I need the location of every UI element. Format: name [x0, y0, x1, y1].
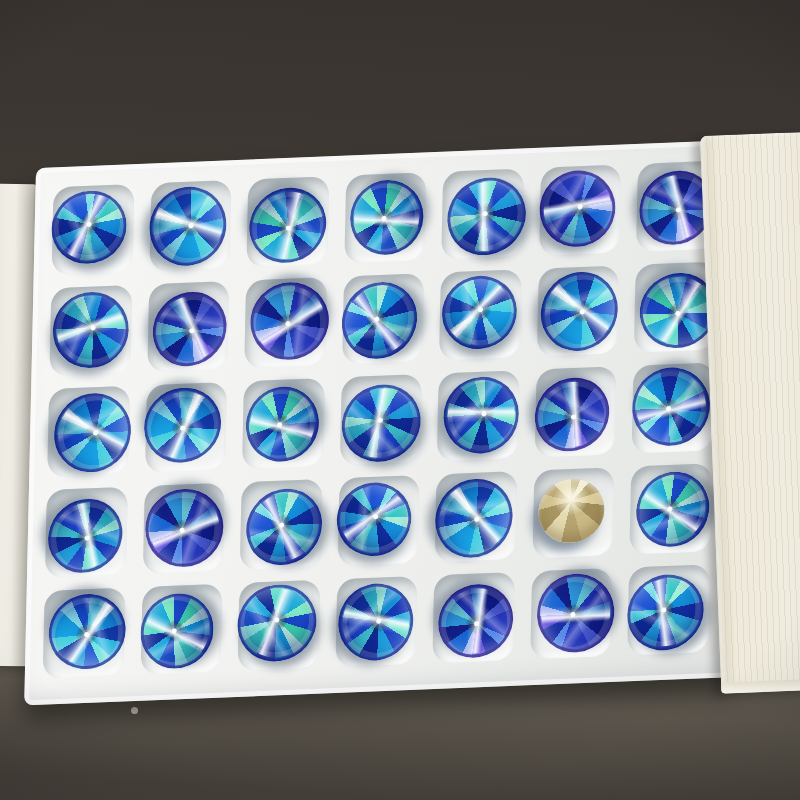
tray-cell [632, 362, 714, 453]
rhinestone-tray [24, 140, 745, 706]
tray-cell [628, 564, 710, 655]
tray-cell [145, 382, 227, 473]
rhinestone-blue [630, 467, 715, 550]
rhinestone-blue [524, 559, 628, 666]
tray-cell [47, 386, 129, 477]
tray-cell [337, 475, 419, 566]
rhinestone-blue [333, 373, 430, 472]
rhinestone-blue [130, 472, 240, 582]
paper-pad-bottom-edge [721, 678, 800, 694]
tray-cell [340, 374, 422, 465]
rhinestone-blue [231, 473, 337, 579]
rhinestone-blue [521, 363, 622, 465]
rhinestone-blue [613, 559, 718, 665]
tray-cell [437, 370, 519, 461]
tray-cell [142, 483, 224, 574]
rhinestone-blue [139, 592, 215, 669]
tray-cell [238, 580, 320, 671]
rhinestone-blue [525, 155, 630, 262]
photo-stage [0, 0, 800, 800]
rhinestone-blue [432, 364, 531, 466]
rhinestone-blue [50, 392, 134, 473]
tray-cell [634, 262, 716, 353]
rhinestone-blue [429, 573, 523, 669]
rhinestone-blue [434, 163, 539, 269]
rhinestone-blue [423, 467, 526, 568]
rhinestone-blue [432, 266, 528, 357]
rhinestone-blue [234, 579, 319, 667]
tray-cell [439, 269, 521, 360]
rhinestone-blue [340, 168, 434, 266]
tray-cell [140, 584, 222, 675]
rhinestone-blue [324, 469, 426, 568]
rhinestone-blue [241, 379, 324, 468]
tray-cell [45, 487, 127, 578]
tray-cell [435, 471, 517, 562]
tray-cell [537, 265, 619, 356]
rhinestone-blue [143, 384, 222, 466]
tray-cell [244, 277, 326, 368]
rhinestone-blue [532, 266, 625, 357]
tray-cell [530, 568, 612, 659]
rhinestone-blue [43, 590, 131, 672]
tray-cell [535, 366, 617, 457]
tray-cell [344, 172, 426, 263]
tray-cell [52, 184, 134, 275]
tray-cell [49, 285, 131, 376]
tray-cell [433, 572, 515, 663]
rhinestone-blue [146, 181, 230, 271]
tray-cell [441, 168, 523, 259]
rhinestone-gold-flipped [538, 478, 605, 545]
rhinestone-blue [33, 483, 137, 587]
tray-cell [149, 180, 231, 271]
rhinestone-blue [37, 276, 144, 383]
tray-cell [532, 467, 614, 558]
tray-cell [335, 576, 417, 667]
rhinestone-blue [242, 178, 334, 272]
tray-cell [342, 273, 424, 364]
tray-cell [240, 479, 322, 570]
tray-cell [147, 281, 229, 372]
rhinestone-blue [329, 270, 431, 371]
tray-cell [43, 588, 125, 679]
tray-cell [247, 176, 329, 267]
dust-speck [131, 707, 138, 714]
tray-cell [242, 378, 324, 469]
rhinestone-blue [51, 189, 128, 265]
rhinestone-blue [138, 277, 242, 381]
tray-grid [24, 140, 745, 706]
tray-cell [630, 463, 712, 554]
rhinestone-blue [235, 267, 344, 374]
rhinestone-blue [332, 574, 421, 668]
tray-cell [539, 165, 621, 256]
